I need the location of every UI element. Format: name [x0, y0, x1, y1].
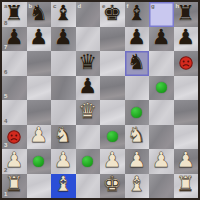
square-b7[interactable]: ♟: [27, 27, 52, 52]
white-pawn[interactable]: ♟: [5, 150, 24, 171]
file-label-h: h: [176, 3, 180, 9]
square-b5[interactable]: [27, 76, 52, 101]
white-knight[interactable]: ♞: [127, 125, 146, 146]
square-h2[interactable]: ♟: [174, 149, 199, 174]
square-g8[interactable]: g: [149, 2, 174, 27]
unsafe-move-icon[interactable]: [7, 130, 21, 144]
file-label-e: e: [102, 3, 105, 9]
black-queen[interactable]: ♛: [78, 52, 97, 73]
square-g2[interactable]: ♟: [149, 149, 174, 174]
square-d6[interactable]: ♛: [76, 51, 101, 76]
square-f8[interactable]: ♝f: [125, 2, 150, 27]
square-e7[interactable]: [100, 27, 125, 52]
square-c7[interactable]: ♟: [51, 27, 76, 52]
white-king[interactable]: ♚: [103, 174, 122, 195]
black-rook[interactable]: ♜: [5, 3, 24, 24]
legal-move-dot[interactable]: [107, 131, 118, 142]
white-knight[interactable]: ♞: [54, 125, 73, 146]
square-g4[interactable]: [149, 100, 174, 125]
square-a8[interactable]: ♜a8: [2, 2, 27, 27]
black-pawn[interactable]: ♟: [29, 27, 48, 48]
rank-label-2: 2: [4, 167, 7, 173]
black-pawn[interactable]: ♟: [176, 27, 195, 48]
square-e6[interactable]: [100, 51, 125, 76]
square-e8[interactable]: ♚e: [100, 2, 125, 27]
white-pawn[interactable]: ♟: [127, 150, 146, 171]
square-b8[interactable]: ♞b: [27, 2, 52, 27]
square-a3[interactable]: 3: [2, 125, 27, 150]
white-bishop[interactable]: ♝: [127, 174, 146, 195]
square-a5[interactable]: 5: [2, 76, 27, 101]
square-b3[interactable]: ♟: [27, 125, 52, 150]
white-rook[interactable]: ♜: [5, 174, 24, 195]
black-pawn[interactable]: ♟: [127, 27, 146, 48]
square-c2[interactable]: ♟: [51, 149, 76, 174]
square-g1[interactable]: [149, 174, 174, 199]
white-pawn[interactable]: ♟: [103, 150, 122, 171]
black-pawn[interactable]: ♟: [5, 27, 24, 48]
square-f6[interactable]: ♞: [125, 51, 150, 76]
square-d7[interactable]: [76, 27, 101, 52]
square-a7[interactable]: ♟7: [2, 27, 27, 52]
square-f1[interactable]: ♝: [125, 174, 150, 199]
legal-move-dot[interactable]: [156, 82, 167, 93]
white-queen[interactable]: ♛: [78, 101, 97, 122]
legal-move-dot[interactable]: [131, 107, 142, 118]
file-label-b: b: [29, 3, 33, 9]
square-a6[interactable]: 6: [2, 51, 27, 76]
legal-move-dot[interactable]: [82, 156, 93, 167]
square-f2[interactable]: ♟: [125, 149, 150, 174]
square-e4[interactable]: [100, 100, 125, 125]
square-h8[interactable]: ♜h: [174, 2, 199, 27]
square-f7[interactable]: ♟: [125, 27, 150, 52]
rank-label-6: 6: [4, 69, 7, 75]
square-e1[interactable]: ♚: [100, 174, 125, 199]
square-c4[interactable]: [51, 100, 76, 125]
square-c1[interactable]: ♝: [51, 174, 76, 199]
legal-move-dot[interactable]: [33, 156, 44, 167]
square-e5[interactable]: [100, 76, 125, 101]
file-label-a: a: [4, 3, 7, 9]
square-c5[interactable]: [51, 76, 76, 101]
square-f3[interactable]: ♞: [125, 125, 150, 150]
square-d3[interactable]: [76, 125, 101, 150]
square-a2[interactable]: ♟2: [2, 149, 27, 174]
square-g5[interactable]: [149, 76, 174, 101]
square-b1[interactable]: [27, 174, 52, 199]
square-h6[interactable]: [174, 51, 199, 76]
square-g7[interactable]: ♟: [149, 27, 174, 52]
square-d2[interactable]: [76, 149, 101, 174]
black-pawn[interactable]: ♟: [152, 27, 171, 48]
file-label-g: g: [151, 3, 155, 9]
square-c6[interactable]: [51, 51, 76, 76]
chess-board: ♜a8♞b♝cd♚e♝fg♜h♟7♟♟♟♟♟6♛♞5♟4♛3♟♞♞♟2♟♟♟♟♟…: [0, 0, 200, 200]
black-bishop[interactable]: ♝: [54, 3, 73, 24]
square-b4[interactable]: [27, 100, 52, 125]
rank-label-5: 5: [4, 93, 7, 99]
black-king[interactable]: ♚: [103, 3, 122, 24]
square-b2[interactable]: [27, 149, 52, 174]
black-pawn[interactable]: ♟: [54, 27, 73, 48]
square-d1[interactable]: [76, 174, 101, 199]
square-h7[interactable]: ♟: [174, 27, 199, 52]
rank-label-8: 8: [4, 20, 7, 26]
square-d5[interactable]: ♟: [76, 76, 101, 101]
square-e2[interactable]: ♟: [100, 149, 125, 174]
white-rook[interactable]: ♜: [176, 174, 195, 195]
square-d4[interactable]: ♛: [76, 100, 101, 125]
square-g6[interactable]: [149, 51, 174, 76]
square-h4[interactable]: [174, 100, 199, 125]
square-a4[interactable]: 4: [2, 100, 27, 125]
white-pawn[interactable]: ♟: [152, 150, 171, 171]
rank-label-1: 1: [4, 191, 7, 197]
square-h3[interactable]: [174, 125, 199, 150]
white-bishop[interactable]: ♝: [54, 174, 73, 195]
rank-label-3: 3: [4, 142, 7, 148]
square-c8[interactable]: ♝c: [51, 2, 76, 27]
square-e3[interactable]: [100, 125, 125, 150]
white-pawn[interactable]: ♟: [176, 150, 195, 171]
file-label-f: f: [127, 3, 129, 9]
square-b6[interactable]: [27, 51, 52, 76]
black-knight[interactable]: ♞: [127, 52, 146, 73]
square-h5[interactable]: [174, 76, 199, 101]
square-h1[interactable]: ♜: [174, 174, 199, 199]
white-pawn[interactable]: ♟: [29, 125, 48, 146]
square-d8[interactable]: d: [76, 2, 101, 27]
square-f4[interactable]: [125, 100, 150, 125]
square-g3[interactable]: [149, 125, 174, 150]
square-a1[interactable]: ♜1: [2, 174, 27, 199]
file-label-c: c: [53, 3, 56, 9]
rank-label-4: 4: [4, 118, 7, 124]
rank-label-7: 7: [4, 44, 7, 50]
white-pawn[interactable]: ♟: [54, 150, 73, 171]
unsafe-move-icon[interactable]: [179, 56, 193, 70]
square-f5[interactable]: [125, 76, 150, 101]
square-c3[interactable]: ♞: [51, 125, 76, 150]
file-label-d: d: [78, 3, 82, 9]
black-pawn[interactable]: ♟: [78, 76, 97, 97]
black-bishop[interactable]: ♝: [127, 3, 146, 24]
